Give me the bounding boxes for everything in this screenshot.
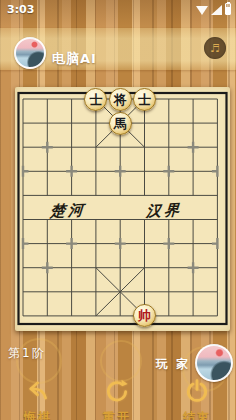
player-name-label: 玩 家 <box>156 356 190 373</box>
piece-black-士[interactable]: 士 <box>84 88 107 111</box>
piece-black-馬[interactable]: 馬 <box>109 112 132 135</box>
player-avatar <box>195 344 233 382</box>
signal-icon <box>211 5 222 15</box>
undo-move-button[interactable]: 悔棋 <box>8 378 68 420</box>
restart-icon <box>104 378 130 404</box>
app-background: 3:03 电脑AI ♬ 楚河 <box>0 0 236 420</box>
music-button[interactable]: ♬ <box>204 37 226 59</box>
computer-avatar <box>14 37 46 69</box>
end-game-button[interactable]: 结束 <box>167 378 227 420</box>
piece-black-将[interactable]: 将 <box>109 88 132 111</box>
status-bar: 3:03 <box>0 0 236 18</box>
piece-grid[interactable]: 士将士馬帅 <box>11 87 230 328</box>
computer-name-label: 电脑AI <box>52 50 97 68</box>
music-note-icon: ♬ <box>210 42 220 55</box>
undo-arrow-icon <box>25 378 51 404</box>
wifi-icon <box>196 6 208 15</box>
restart-button[interactable]: 重开 <box>87 378 147 420</box>
stage-label: 第1阶 <box>8 345 46 362</box>
undo-label: 悔棋 <box>8 409 68 420</box>
clock-label: 3:03 <box>7 3 34 16</box>
wood-ornament <box>100 340 142 382</box>
restart-label: 重开 <box>87 409 147 420</box>
status-icons <box>196 4 231 15</box>
piece-black-士[interactable]: 士 <box>133 88 156 111</box>
end-label: 结束 <box>167 409 227 420</box>
battery-icon <box>225 3 231 15</box>
piece-red-帅[interactable]: 帅 <box>133 304 156 327</box>
power-icon <box>184 378 210 404</box>
